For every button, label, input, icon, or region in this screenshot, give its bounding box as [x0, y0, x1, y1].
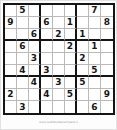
cell-r5c7: 2 [77, 53, 89, 65]
cell-r4c5 [53, 41, 65, 53]
cell-r3c7: 1 [77, 29, 89, 41]
cell-r3c9 [101, 29, 113, 41]
cell-r2c1: 9 [5, 17, 17, 29]
cell-r9c4 [41, 101, 53, 113]
cell-r7c3: 4 [29, 77, 41, 89]
cell-r2c5 [53, 17, 65, 29]
cell-r3c3: 6 [29, 29, 41, 41]
cell-r3c5: 2 [53, 29, 65, 41]
cell-r1c9 [101, 5, 113, 17]
cell-r8c4: 4 [41, 89, 53, 101]
cell-r1c5 [53, 5, 65, 17]
cell-r8c1: 2 [5, 89, 17, 101]
cell-r7c5: 3 [53, 77, 65, 89]
cell-r5c1 [5, 53, 17, 65]
cell-r2c6: 1 [65, 17, 77, 29]
cell-r6c5 [53, 65, 65, 77]
cell-r4c4 [41, 41, 53, 53]
cell-r1c7 [77, 5, 89, 17]
cell-r5c9 [101, 53, 113, 65]
cell-r2c3 [29, 17, 41, 29]
cell-r4c1 [5, 41, 17, 53]
cell-r5c2 [17, 53, 29, 65]
cell-r3c6 [65, 29, 77, 41]
cell-r4c6: 2 [65, 41, 77, 53]
cell-r6c2: 4 [17, 65, 29, 77]
cell-r8c9: 9 [101, 89, 113, 101]
cell-r1c3 [29, 5, 41, 17]
cell-r1c6 [65, 5, 77, 17]
cell-r7c6 [65, 77, 77, 89]
cell-r7c9 [101, 77, 113, 89]
cell-r6c9 [101, 65, 113, 77]
cell-r5c4 [41, 53, 53, 65]
cell-r8c8 [89, 89, 101, 101]
cell-r2c7 [77, 17, 89, 29]
cell-r9c6 [65, 101, 77, 113]
cell-r6c1 [5, 65, 17, 77]
cell-r6c8: 5 [89, 65, 101, 77]
cell-r2c8 [89, 17, 101, 29]
cell-r5c5 [53, 53, 65, 65]
cell-r9c9 [101, 101, 113, 113]
cell-r4c8: 1 [89, 41, 101, 53]
cell-r3c1 [5, 29, 17, 41]
cell-r6c6 [65, 65, 77, 77]
cell-r5c6 [65, 53, 77, 65]
cell-r4c3 [29, 41, 41, 53]
cell-r1c1 [5, 5, 17, 17]
watermark-url: www.sudokudastampare.it [34, 120, 82, 123]
cell-r9c5 [53, 101, 65, 113]
cell-r9c3 [29, 101, 41, 113]
cell-r2c4: 6 [41, 17, 53, 29]
cell-r5c3: 3 [29, 53, 41, 65]
cell-r8c6: 5 [65, 89, 77, 101]
cell-r2c2 [17, 17, 29, 29]
cell-r7c2 [17, 77, 29, 89]
cell-r8c3 [29, 89, 41, 101]
cell-r2c9: 8 [101, 17, 113, 29]
cell-r4c9 [101, 41, 113, 53]
cell-r9c7 [77, 101, 89, 113]
cell-r9c2: 3 [17, 101, 29, 113]
cell-r8c7 [77, 89, 89, 101]
cell-r6c7 [77, 65, 89, 77]
cell-r7c7: 5 [77, 77, 89, 89]
cell-r6c3 [29, 65, 41, 77]
cell-r3c2 [17, 29, 29, 41]
cell-r4c2: 6 [17, 41, 29, 53]
cell-r7c1 [5, 77, 17, 89]
sudoku-board: 57961862162132435435245936 [3, 3, 115, 115]
cell-r4c7 [77, 41, 89, 53]
cell-r1c4 [41, 5, 53, 17]
cell-r8c5 [53, 89, 65, 101]
cell-r3c8 [89, 29, 101, 41]
cell-r7c4 [41, 77, 53, 89]
cell-r7c8 [89, 77, 101, 89]
cell-r3c4 [41, 29, 53, 41]
cell-r1c8: 7 [89, 5, 101, 17]
cell-r6c4: 3 [41, 65, 53, 77]
cell-r1c2: 5 [17, 5, 29, 17]
cell-r5c8 [89, 53, 101, 65]
cell-r9c8: 6 [89, 101, 101, 113]
cell-r8c2 [17, 89, 29, 101]
sudoku-page: 57961862162132435435245936 www.sudokudas… [0, 0, 117, 130]
cell-r9c1 [5, 101, 17, 113]
